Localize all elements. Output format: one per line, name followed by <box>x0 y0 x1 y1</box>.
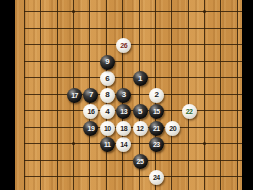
stone-white-22: 22 <box>182 104 197 119</box>
stone-white-20: 20 <box>165 121 180 136</box>
stone-black-15: 15 <box>149 104 164 119</box>
stone-move-number: 2 <box>154 91 158 99</box>
stone-white-8: 8 <box>100 88 115 103</box>
stone-black-19: 19 <box>83 121 98 136</box>
stone-black-3: 3 <box>116 88 131 103</box>
stone-white-14: 14 <box>116 137 131 152</box>
stone-black-21: 21 <box>149 121 164 136</box>
stone-move-number: 7 <box>89 91 93 99</box>
stone-move-number: 9 <box>105 58 109 66</box>
stone-move-number: 6 <box>105 75 109 83</box>
star-point-4-12 <box>72 142 75 145</box>
grid-line-horizontal-9 <box>24 94 242 95</box>
grid-line-vertical-3 <box>57 0 58 190</box>
grid-line-vertical-14 <box>237 0 238 190</box>
stone-white-2: 2 <box>149 88 164 103</box>
grid-line-vertical-13 <box>220 0 221 190</box>
stone-move-number: 14 <box>120 141 127 148</box>
stone-move-number: 20 <box>169 125 176 132</box>
stone-move-number: 18 <box>120 125 127 132</box>
stone-black-5: 5 <box>133 104 148 119</box>
grid-line-horizontal-7 <box>24 61 242 62</box>
stone-move-number: 12 <box>137 125 144 132</box>
star-point-12-4 <box>203 10 206 13</box>
letterbox-left <box>0 0 15 190</box>
stone-white-18: 18 <box>116 121 131 136</box>
stone-black-7: 7 <box>83 88 98 103</box>
stone-white-26: 26 <box>116 38 131 53</box>
grid-line-vertical-11 <box>188 0 189 190</box>
stone-move-number: 5 <box>138 108 142 116</box>
stone-move-number: 16 <box>88 108 95 115</box>
goban-board[interactable]: 1234567891011121314151617181920212223242… <box>15 0 242 190</box>
grid-line-vertical-10 <box>171 0 172 190</box>
grid-line-vertical-2 <box>40 0 41 190</box>
stone-move-number: 26 <box>120 42 127 49</box>
stone-black-9: 9 <box>100 55 115 70</box>
stone-move-number: 3 <box>122 91 126 99</box>
stone-move-number: 11 <box>104 141 110 148</box>
star-point-12-12 <box>203 142 206 145</box>
stone-move-number: 23 <box>153 141 160 148</box>
grid-line-horizontal-6 <box>24 44 242 45</box>
stone-move-number: 19 <box>88 125 95 132</box>
stone-move-number: 10 <box>104 125 111 132</box>
stone-black-25: 25 <box>133 154 148 169</box>
grid-line-vertical-12 <box>204 0 205 190</box>
grid-line-vertical-1 <box>24 0 25 190</box>
grid-line-horizontal-14 <box>24 176 242 177</box>
app-screen: 1234567891011121314151617181920212223242… <box>0 0 253 190</box>
star-point-4-4 <box>72 10 75 13</box>
stone-move-number: 24 <box>153 174 160 181</box>
stone-white-6: 6 <box>100 71 115 86</box>
stone-move-number: 17 <box>71 92 78 99</box>
stone-move-number: 21 <box>153 125 160 132</box>
stone-move-number: 8 <box>105 91 109 99</box>
stone-white-16: 16 <box>83 104 98 119</box>
stone-move-number: 15 <box>153 108 160 115</box>
stone-white-24: 24 <box>149 170 164 185</box>
stone-black-1: 1 <box>133 71 148 86</box>
stone-white-10: 10 <box>100 121 115 136</box>
stone-black-23: 23 <box>149 137 164 152</box>
stone-white-4: 4 <box>100 104 115 119</box>
stone-white-12: 12 <box>133 121 148 136</box>
grid-line-horizontal-5 <box>24 28 242 29</box>
stone-black-13: 13 <box>116 104 131 119</box>
stone-black-17: 17 <box>67 88 82 103</box>
stone-move-number: 13 <box>120 108 127 115</box>
stone-move-number: 1 <box>138 75 142 83</box>
grid-line-horizontal-4 <box>24 11 242 12</box>
grid-line-horizontal-12 <box>24 143 242 144</box>
letterbox-right <box>242 0 253 190</box>
stone-move-number: 4 <box>105 108 109 116</box>
stone-move-number: 25 <box>137 158 144 165</box>
stone-move-number: 22 <box>186 108 193 115</box>
stone-black-11: 11 <box>100 137 115 152</box>
